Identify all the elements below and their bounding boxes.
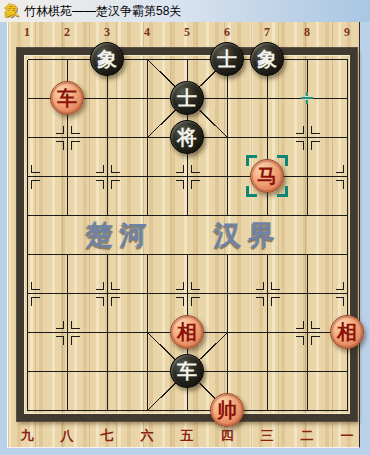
window-title: 竹林棋苑——楚汉争霸第58关	[24, 3, 181, 20]
xiangqi-piece-icon: 象	[5, 2, 19, 20]
file-label-top: 8	[304, 25, 310, 40]
piece-red-elephant-1[interactable]: 相	[170, 315, 204, 349]
file-label-bottom: 七	[101, 427, 114, 445]
piece-black-chariot[interactable]: 车	[170, 354, 204, 388]
file-label-top: 7	[264, 25, 270, 40]
file-label-bottom: 九	[21, 427, 34, 445]
file-label-bottom: 六	[141, 427, 154, 445]
river-label-han: 汉界	[214, 217, 282, 253]
piece-black-elephant-1[interactable]: 象	[90, 42, 124, 76]
piece-red-elephant-2[interactable]: 相	[330, 315, 364, 349]
file-label-bottom: 一	[341, 427, 354, 445]
file-label-top: 4	[144, 25, 150, 40]
file-label-bottom: 四	[221, 427, 234, 445]
piece-black-advisor-2[interactable]: 士	[170, 81, 204, 115]
file-label-top: 5	[184, 25, 190, 40]
file-label-bottom: 五	[181, 427, 194, 445]
piece-black-elephant-2[interactable]: 象	[250, 42, 284, 76]
title-bar[interactable]: 象 竹林棋苑——楚汉争霸第58关	[0, 0, 370, 22]
app-window: 象 竹林棋苑——楚汉争霸第58关 123456789 九八七六五四三二一 楚河 …	[0, 0, 370, 455]
file-label-bottom: 八	[61, 427, 74, 445]
file-label-top: 2	[64, 25, 70, 40]
piece-red-chariot[interactable]: 车	[50, 81, 84, 115]
file-label-top: 6	[224, 25, 230, 40]
piece-red-horse[interactable]: 马	[250, 159, 284, 193]
file-label-top: 1	[24, 25, 30, 40]
piece-black-general[interactable]: 将	[170, 120, 204, 154]
river-label-chu: 楚河	[86, 217, 154, 253]
file-label-top: 3	[104, 25, 110, 40]
board-area: 123456789 九八七六五四三二一 楚河 汉界 象士象车士将马相相车帅	[7, 22, 360, 448]
file-label-bottom: 二	[301, 427, 314, 445]
piece-red-general[interactable]: 帅	[210, 393, 244, 427]
piece-black-advisor-1[interactable]: 士	[210, 42, 244, 76]
file-label-top: 9	[344, 25, 350, 40]
file-label-bottom: 三	[261, 427, 274, 445]
